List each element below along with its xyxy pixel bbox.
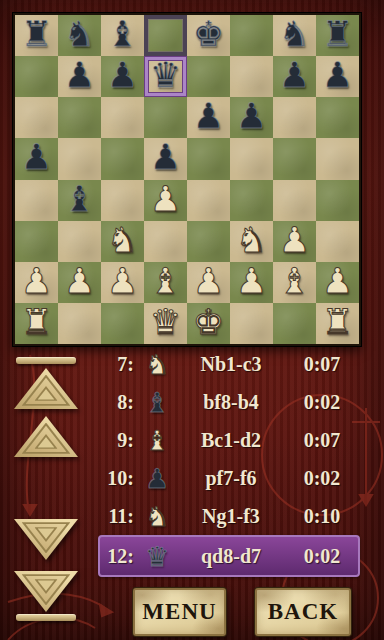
nav-next-move-button[interactable] xyxy=(14,519,78,561)
square-c5[interactable] xyxy=(101,138,144,179)
square-f7[interactable] xyxy=(230,56,273,97)
move-notation: pf7-f6 xyxy=(172,467,290,490)
back-button[interactable]: BACK xyxy=(255,588,351,636)
square-e7[interactable] xyxy=(187,56,230,97)
square-c1[interactable] xyxy=(101,303,144,344)
move-number: 8: xyxy=(100,391,134,414)
white-queen-piece: ♛ xyxy=(150,305,181,340)
move-list-row-9[interactable]: 9:♝Bc1-d20:07 xyxy=(100,421,358,459)
move-number: 10: xyxy=(100,467,134,490)
square-h8[interactable]: ♜ xyxy=(316,15,359,56)
nav-last-move-button[interactable] xyxy=(14,571,78,623)
white-bishop-piece: ♝ xyxy=(279,264,310,299)
square-d2[interactable]: ♝ xyxy=(144,262,187,303)
nav-first-move-button[interactable] xyxy=(14,355,78,410)
square-c3[interactable]: ♞ xyxy=(101,221,144,262)
square-a8[interactable]: ♜ xyxy=(15,15,58,56)
white-pawn-piece: ♟ xyxy=(64,264,95,299)
square-b1[interactable] xyxy=(58,303,101,344)
move-list-row-11[interactable]: 11:♞Ng1-f30:10 xyxy=(100,497,358,535)
move-notation: bf8-b4 xyxy=(172,391,290,414)
move-time: 0:10 xyxy=(290,505,354,528)
menu-button-label: MENU xyxy=(142,599,216,625)
square-b6[interactable] xyxy=(58,97,101,138)
back-button-label: BACK xyxy=(268,599,338,625)
square-g3[interactable]: ♟ xyxy=(273,221,316,262)
black-knight-piece: ♞ xyxy=(279,17,310,52)
black-pawn-piece: ♟ xyxy=(64,58,95,93)
square-h7[interactable]: ♟ xyxy=(316,56,359,97)
black-pawn-piece: ♟ xyxy=(279,58,310,93)
square-f4[interactable] xyxy=(230,180,273,221)
square-f3[interactable]: ♞ xyxy=(230,221,273,262)
square-b4[interactable]: ♝ xyxy=(58,180,101,221)
move-number: 7: xyxy=(100,353,134,376)
move-notation: Nb1-c3 xyxy=(172,353,290,376)
square-d3[interactable] xyxy=(144,221,187,262)
square-g4[interactable] xyxy=(273,180,316,221)
white-pawn-piece: ♟ xyxy=(21,264,52,299)
white-rook-piece: ♜ xyxy=(322,305,353,340)
square-g7[interactable]: ♟ xyxy=(273,56,316,97)
move-number: 12: xyxy=(100,545,134,568)
white-pawn-piece: ♟ xyxy=(236,264,267,299)
square-e3[interactable] xyxy=(187,221,230,262)
black-pawn-piece: ♟ xyxy=(236,99,267,134)
square-a2[interactable]: ♟ xyxy=(15,262,58,303)
black-pawn-piece: ♟ xyxy=(193,99,224,134)
square-b3[interactable] xyxy=(58,221,101,262)
square-d1[interactable]: ♛ xyxy=(144,303,187,344)
square-b7[interactable]: ♟ xyxy=(58,56,101,97)
square-h5[interactable] xyxy=(316,138,359,179)
square-f2[interactable]: ♟ xyxy=(230,262,273,303)
black-queen-icon: ♛ xyxy=(142,543,172,570)
white-knight-piece: ♞ xyxy=(236,223,267,258)
square-e4[interactable] xyxy=(187,180,230,221)
triangle-up-icon xyxy=(14,416,78,457)
skip-bar-top xyxy=(16,357,76,364)
white-pawn-piece: ♟ xyxy=(107,264,138,299)
move-list-row-10[interactable]: 10:♟pf7-f60:02 xyxy=(100,459,358,497)
black-rook-piece: ♜ xyxy=(322,17,353,52)
white-bishop-piece: ♝ xyxy=(150,264,181,299)
square-g1[interactable] xyxy=(273,303,316,344)
move-time: 0:02 xyxy=(290,391,354,414)
menu-button[interactable]: MENU xyxy=(133,588,226,636)
square-a7[interactable] xyxy=(15,56,58,97)
square-d4[interactable]: ♟ xyxy=(144,180,187,221)
square-c6[interactable] xyxy=(101,97,144,138)
square-f1[interactable] xyxy=(230,303,273,344)
square-b2[interactable]: ♟ xyxy=(58,262,101,303)
square-g5[interactable] xyxy=(273,138,316,179)
white-king-piece: ♚ xyxy=(193,305,224,340)
white-knight-piece: ♞ xyxy=(107,223,138,258)
move-notation: Bc1-d2 xyxy=(172,429,290,452)
white-rook-piece: ♜ xyxy=(21,305,52,340)
square-h6[interactable] xyxy=(316,97,359,138)
square-d6[interactable] xyxy=(144,97,187,138)
square-g2[interactable]: ♝ xyxy=(273,262,316,303)
chess-board: ♜♞♝♚♞♜♟♟♛♟♟♟♟♟♟♝♟♞♞♟♟♟♟♝♟♟♝♟♜♛♚♜ xyxy=(13,13,361,346)
square-c8[interactable]: ♝ xyxy=(101,15,144,56)
square-d7[interactable]: ♛ xyxy=(144,56,187,97)
black-pawn-icon: ♟ xyxy=(142,465,172,492)
move-time: 0:02 xyxy=(290,467,354,490)
triangle-down-icon xyxy=(14,519,78,560)
black-king-piece: ♚ xyxy=(193,17,224,52)
move-number: 9: xyxy=(100,429,134,452)
square-e5[interactable] xyxy=(187,138,230,179)
square-a4[interactable] xyxy=(15,180,58,221)
move-time: 0:02 xyxy=(290,545,354,568)
square-b8[interactable]: ♞ xyxy=(58,15,101,56)
square-h2[interactable]: ♟ xyxy=(316,262,359,303)
move-notation: Ng1-f3 xyxy=(172,505,290,528)
square-c7[interactable]: ♟ xyxy=(101,56,144,97)
move-time: 0:07 xyxy=(290,353,354,376)
move-time: 0:07 xyxy=(290,429,354,452)
square-h1[interactable]: ♜ xyxy=(316,303,359,344)
square-f6[interactable]: ♟ xyxy=(230,97,273,138)
move-notation: qd8-d7 xyxy=(172,545,290,568)
black-rook-piece: ♜ xyxy=(21,17,52,52)
black-bishop-piece: ♝ xyxy=(107,17,138,52)
skip-bar-bottom xyxy=(16,614,76,621)
white-pawn-piece: ♟ xyxy=(279,223,310,258)
move-list-row-8[interactable]: 8:♝bf8-b40:02 xyxy=(100,383,358,421)
square-h4[interactable] xyxy=(316,180,359,221)
square-e1[interactable]: ♚ xyxy=(187,303,230,344)
square-d5[interactable]: ♟ xyxy=(144,138,187,179)
square-g8[interactable]: ♞ xyxy=(273,15,316,56)
square-a3[interactable] xyxy=(15,221,58,262)
square-e8[interactable]: ♚ xyxy=(187,15,230,56)
nav-previous-move-button[interactable] xyxy=(14,416,78,458)
white-knight-icon: ♞ xyxy=(142,351,172,378)
square-h3[interactable] xyxy=(316,221,359,262)
black-queen-piece: ♛ xyxy=(150,58,181,93)
chess-app-screen: ♜♞♝♚♞♜♟♟♛♟♟♟♟♟♟♝♟♞♞♟♟♟♟♝♟♟♝♟♜♛♚♜ 7:♞Nb1-… xyxy=(0,0,384,640)
square-c2[interactable]: ♟ xyxy=(101,262,144,303)
white-pawn-piece: ♟ xyxy=(193,264,224,299)
square-e6[interactable]: ♟ xyxy=(187,97,230,138)
black-pawn-piece: ♟ xyxy=(21,140,52,175)
move-list-row-7[interactable]: 7:♞Nb1-c30:07 xyxy=(100,345,358,383)
square-e2[interactable]: ♟ xyxy=(187,262,230,303)
triangle-up-icon xyxy=(14,368,78,409)
triangle-down-icon xyxy=(14,571,78,612)
white-pawn-piece: ♟ xyxy=(322,264,353,299)
black-knight-piece: ♞ xyxy=(64,17,95,52)
square-a1[interactable]: ♜ xyxy=(15,303,58,344)
square-f8[interactable] xyxy=(230,15,273,56)
black-bishop-piece: ♝ xyxy=(64,182,95,217)
black-bishop-icon: ♝ xyxy=(142,389,172,416)
square-f5[interactable] xyxy=(230,138,273,179)
move-list-row-12[interactable]: 12:♛qd8-d70:02 xyxy=(98,535,360,577)
square-c4[interactable] xyxy=(101,180,144,221)
white-knight-icon: ♞ xyxy=(142,503,172,530)
black-pawn-piece: ♟ xyxy=(322,58,353,93)
square-g6[interactable] xyxy=(273,97,316,138)
square-a6[interactable] xyxy=(15,97,58,138)
square-d8[interactable] xyxy=(144,15,187,56)
square-b5[interactable] xyxy=(58,138,101,179)
black-pawn-piece: ♟ xyxy=(107,58,138,93)
move-number: 11: xyxy=(100,505,134,528)
black-pawn-piece: ♟ xyxy=(150,140,181,175)
square-a5[interactable]: ♟ xyxy=(15,138,58,179)
white-pawn-piece: ♟ xyxy=(150,182,181,217)
white-bishop-icon: ♝ xyxy=(142,427,172,454)
